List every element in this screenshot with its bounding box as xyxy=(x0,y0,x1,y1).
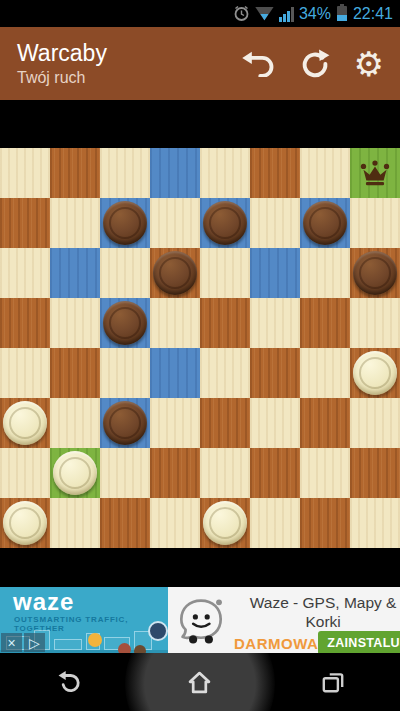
square-1-3[interactable] xyxy=(150,198,200,248)
square-4-6[interactable] xyxy=(300,348,350,398)
bottom-spacer xyxy=(0,548,400,587)
square-4-3[interactable] xyxy=(150,348,200,398)
square-1-5[interactable] xyxy=(250,198,300,248)
square-4-0[interactable] xyxy=(0,348,50,398)
app-bar: Warcaby Twój ruch ⚙ xyxy=(0,27,400,100)
square-3-1[interactable] xyxy=(50,298,100,348)
signal-icon xyxy=(279,6,294,22)
ad-title-line1: Waze - GPS, Mapy & xyxy=(228,593,400,612)
square-2-3[interactable] xyxy=(150,248,200,298)
light-piece[interactable] xyxy=(3,401,47,445)
square-6-0[interactable] xyxy=(0,448,50,498)
ad-creative-image[interactable]: waze OUTSMARTING TRAFFIC, TOGETHER × ▷ xyxy=(0,587,168,653)
square-0-7[interactable] xyxy=(350,148,400,198)
square-1-6[interactable] xyxy=(300,198,350,248)
square-6-7[interactable] xyxy=(350,448,400,498)
square-3-2[interactable] xyxy=(100,298,150,348)
refresh-icon xyxy=(300,49,330,79)
square-3-6[interactable] xyxy=(300,298,350,348)
square-1-2[interactable] xyxy=(100,198,150,248)
square-7-5[interactable] xyxy=(250,498,300,548)
status-bar: 34% 22:41 xyxy=(0,0,400,27)
wifi-icon xyxy=(255,7,274,21)
square-6-3[interactable] xyxy=(150,448,200,498)
square-2-6[interactable] xyxy=(300,248,350,298)
square-3-5[interactable] xyxy=(250,298,300,348)
square-2-2[interactable] xyxy=(100,248,150,298)
square-0-4[interactable] xyxy=(200,148,250,198)
square-1-1[interactable] xyxy=(50,198,100,248)
dark-piece[interactable] xyxy=(153,251,197,295)
square-3-3[interactable] xyxy=(150,298,200,348)
ad-banner[interactable]: waze OUTSMARTING TRAFFIC, TOGETHER × ▷ xyxy=(0,587,400,653)
square-1-0[interactable] xyxy=(0,198,50,248)
square-0-1[interactable] xyxy=(50,148,100,198)
ad-price-label: DARMOWA xyxy=(234,635,318,652)
crown-icon xyxy=(358,159,392,187)
square-1-7[interactable] xyxy=(350,198,400,248)
recents-icon xyxy=(320,669,346,695)
android-nav-bar xyxy=(0,653,400,711)
back-icon xyxy=(54,669,80,695)
square-0-5[interactable] xyxy=(250,148,300,198)
ad-title-line2: Korki xyxy=(228,612,400,631)
app-title: Warcaby xyxy=(17,40,240,66)
square-7-1[interactable] xyxy=(50,498,100,548)
square-0-2[interactable] xyxy=(100,148,150,198)
square-5-5[interactable] xyxy=(250,398,300,448)
ad-title: Waze - GPS, Mapy & Korki xyxy=(228,593,400,631)
square-5-1[interactable] xyxy=(50,398,100,448)
square-5-7[interactable] xyxy=(350,398,400,448)
ad-close-button[interactable]: × xyxy=(1,633,22,652)
square-0-0[interactable] xyxy=(0,148,50,198)
dark-piece[interactable] xyxy=(353,251,397,295)
undo-icon xyxy=(240,50,276,77)
square-6-5[interactable] xyxy=(250,448,300,498)
dark-piece[interactable] xyxy=(103,401,147,445)
square-5-2[interactable] xyxy=(100,398,150,448)
settings-button[interactable]: ⚙ xyxy=(354,49,384,79)
square-3-4[interactable] xyxy=(200,298,250,348)
square-7-4[interactable] xyxy=(200,498,250,548)
undo-button[interactable] xyxy=(240,50,276,77)
adchoices-icon: ▷ xyxy=(29,635,40,651)
square-6-6[interactable] xyxy=(300,448,350,498)
restart-button[interactable] xyxy=(300,49,330,79)
square-4-1[interactable] xyxy=(50,348,100,398)
back-button[interactable] xyxy=(0,653,133,711)
square-5-4[interactable] xyxy=(200,398,250,448)
waze-logo-icon xyxy=(174,595,228,649)
square-4-2[interactable] xyxy=(100,348,150,398)
dark-piece[interactable] xyxy=(103,301,147,345)
square-7-2[interactable] xyxy=(100,498,150,548)
ad-text-column: Waze - GPS, Mapy & Korki DARMOWA ZAINSTA… xyxy=(228,591,400,648)
square-5-3[interactable] xyxy=(150,398,200,448)
square-2-7[interactable] xyxy=(350,248,400,298)
light-piece[interactable] xyxy=(53,451,97,495)
light-piece[interactable] xyxy=(3,501,47,545)
dark-piece[interactable] xyxy=(103,201,147,245)
dark-piece[interactable] xyxy=(203,201,247,245)
close-icon: × xyxy=(7,635,15,651)
checkers-board xyxy=(0,148,400,548)
square-4-5[interactable] xyxy=(250,348,300,398)
square-4-7[interactable] xyxy=(350,348,400,398)
ad-character xyxy=(148,621,168,641)
ad-character xyxy=(88,633,102,647)
dark-piece[interactable] xyxy=(303,201,347,245)
square-2-5[interactable] xyxy=(250,248,300,298)
recents-button[interactable] xyxy=(267,653,400,711)
square-5-0[interactable] xyxy=(0,398,50,448)
phone-screen: 34% 22:41 Warcaby Twój ruch ⚙ xyxy=(0,0,400,711)
app-bar-titles: Warcaby Twój ruch xyxy=(0,40,240,87)
square-1-4[interactable] xyxy=(200,198,250,248)
ad-character xyxy=(134,645,146,653)
app-bar-actions: ⚙ xyxy=(240,49,400,79)
ad-brand-logo: waze xyxy=(0,587,168,615)
square-3-0[interactable] xyxy=(0,298,50,348)
square-7-6[interactable] xyxy=(300,498,350,548)
ad-info-panel[interactable]: Waze - GPS, Mapy & Korki DARMOWA ZAINSTA… xyxy=(168,587,400,653)
square-0-6[interactable] xyxy=(300,148,350,198)
ad-character xyxy=(118,643,131,653)
top-spacer xyxy=(0,100,400,148)
square-6-2[interactable] xyxy=(100,448,150,498)
battery-icon xyxy=(337,6,347,21)
home-icon xyxy=(186,669,213,696)
adchoices-button[interactable]: ▷ xyxy=(24,633,45,652)
square-7-3[interactable] xyxy=(150,498,200,548)
square-2-1[interactable] xyxy=(50,248,100,298)
square-7-7[interactable] xyxy=(350,498,400,548)
square-5-6[interactable] xyxy=(300,398,350,448)
light-piece[interactable] xyxy=(203,501,247,545)
light-piece[interactable] xyxy=(353,351,397,395)
square-7-0[interactable] xyxy=(0,498,50,548)
turn-status: Twój ruch xyxy=(17,69,240,87)
home-button[interactable] xyxy=(133,653,266,711)
square-6-1[interactable] xyxy=(50,448,100,498)
square-2-0[interactable] xyxy=(0,248,50,298)
square-2-4[interactable] xyxy=(200,248,250,298)
alarm-icon xyxy=(233,5,250,22)
square-0-3[interactable] xyxy=(150,148,200,198)
gear-icon: ⚙ xyxy=(354,49,384,79)
square-3-7[interactable] xyxy=(350,298,400,348)
square-4-4[interactable] xyxy=(200,348,250,398)
install-button[interactable]: ZAINSTALUJ xyxy=(318,631,400,655)
square-6-4[interactable] xyxy=(200,448,250,498)
clock-text: 22:41 xyxy=(353,5,393,23)
battery-percent: 34% xyxy=(299,5,331,23)
